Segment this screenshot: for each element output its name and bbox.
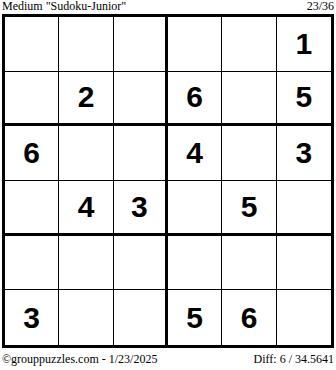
cell-r2c6[interactable]: 5 <box>277 72 331 127</box>
cell-r6c2[interactable] <box>59 290 113 345</box>
copyright-text: ©grouppuzzles.com - 1/23/2025 <box>2 352 157 366</box>
cell-r2c5[interactable] <box>222 72 276 127</box>
cell-r5c6[interactable] <box>277 236 331 291</box>
cell-r2c2[interactable]: 2 <box>59 72 113 127</box>
cell-r4c6[interactable] <box>277 181 331 236</box>
cell-r6c4[interactable]: 5 <box>168 290 222 345</box>
sudoku-grid: 1265643435356 <box>2 14 334 348</box>
difficulty-text: Diff: 6 / 34.5641 <box>254 352 334 366</box>
cell-r6c5[interactable]: 6 <box>222 290 276 345</box>
cell-r1c1[interactable] <box>5 17 59 72</box>
cell-r4c4[interactable] <box>168 181 222 236</box>
cell-r3c3[interactable] <box>114 126 168 181</box>
cell-r5c4[interactable] <box>168 236 222 291</box>
cell-r4c2[interactable]: 4 <box>59 181 113 236</box>
cell-r1c2[interactable] <box>59 17 113 72</box>
cell-r2c1[interactable] <box>5 72 59 127</box>
cell-r1c6[interactable]: 1 <box>277 17 331 72</box>
cell-r4c3[interactable]: 3 <box>114 181 168 236</box>
header: Medium "Sudoku-Junior" 23/36 <box>2 0 334 13</box>
cell-r4c5[interactable]: 5 <box>222 181 276 236</box>
cell-r4c1[interactable] <box>5 181 59 236</box>
cell-r6c6[interactable] <box>277 290 331 345</box>
cell-r3c1[interactable]: 6 <box>5 126 59 181</box>
cell-r1c3[interactable] <box>114 17 168 72</box>
puzzle-counter: 23/36 <box>307 0 334 13</box>
cell-r6c1[interactable]: 3 <box>5 290 59 345</box>
cell-r5c3[interactable] <box>114 236 168 291</box>
cell-r5c2[interactable] <box>59 236 113 291</box>
footer: ©grouppuzzles.com - 1/23/2025 Diff: 6 / … <box>2 352 334 367</box>
cell-r3c4[interactable]: 4 <box>168 126 222 181</box>
cell-r5c5[interactable] <box>222 236 276 291</box>
cell-r1c4[interactable] <box>168 17 222 72</box>
cell-r3c2[interactable] <box>59 126 113 181</box>
cell-r2c4[interactable]: 6 <box>168 72 222 127</box>
cell-r2c3[interactable] <box>114 72 168 127</box>
sudoku-page: { "game": "Sudoku-Junior (6x6 sudoku wit… <box>0 0 336 370</box>
cell-r1c5[interactable] <box>222 17 276 72</box>
puzzle-title: Medium "Sudoku-Junior" <box>2 0 126 13</box>
cell-r3c5[interactable] <box>222 126 276 181</box>
cell-r3c6[interactable]: 3 <box>277 126 331 181</box>
cell-r5c1[interactable] <box>5 236 59 291</box>
cell-r6c3[interactable] <box>114 290 168 345</box>
